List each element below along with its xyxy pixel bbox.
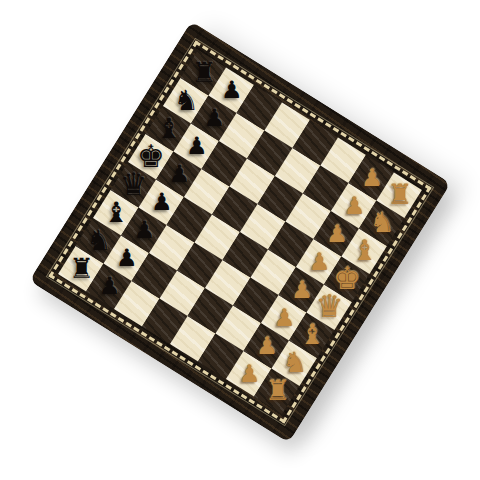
black-pawn-b7[interactable]: ♟ bbox=[116, 246, 138, 270]
black-rook-a8[interactable]: ♜ bbox=[68, 255, 93, 283]
white-king-e1[interactable]: ♚ bbox=[333, 264, 361, 295]
white-bishop-c1[interactable]: ♝ bbox=[299, 321, 324, 349]
black-rook-h8[interactable]: ♜ bbox=[191, 59, 216, 87]
white-bishop-f1[interactable]: ♝ bbox=[352, 237, 377, 265]
white-pawn-g2[interactable]: ♟ bbox=[343, 194, 365, 218]
white-rook-h1[interactable]: ♜ bbox=[387, 181, 412, 209]
white-knight-b1[interactable]: ♞ bbox=[282, 349, 307, 377]
white-pawn-f2[interactable]: ♟ bbox=[325, 222, 347, 246]
black-pawn-d7[interactable]: ♟ bbox=[151, 190, 173, 214]
black-pawn-c7[interactable]: ♟ bbox=[133, 218, 155, 242]
board-rotation-wrapper: ♜♞♝♛♚♝♞♜♟♟♟♟♟♟♟♟♟♟♟♟♟♟♟♟♜♞♝♛♚♝♞♜ bbox=[29, 21, 451, 443]
black-knight-b8[interactable]: ♞ bbox=[86, 227, 111, 255]
black-king-e8[interactable]: ♚ bbox=[137, 141, 165, 172]
white-pawn-d2[interactable]: ♟ bbox=[290, 278, 312, 302]
chess-board-frame: ♜♞♝♛♚♝♞♜♟♟♟♟♟♟♟♟♟♟♟♟♟♟♟♟♜♞♝♛♚♝♞♜ bbox=[29, 21, 451, 443]
white-pawn-e2[interactable]: ♟ bbox=[308, 250, 330, 274]
black-knight-g8[interactable]: ♞ bbox=[173, 87, 198, 115]
black-bishop-c8[interactable]: ♝ bbox=[103, 199, 128, 227]
board-play-area: ♜♞♝♛♚♝♞♜♟♟♟♟♟♟♟♟♟♟♟♟♟♟♟♟♜♞♝♛♚♝♞♜ bbox=[58, 50, 422, 414]
product-photo-scene: ♜♞♝♛♚♝♞♜♟♟♟♟♟♟♟♟♟♟♟♟♟♟♟♟♜♞♝♛♚♝♞♜ bbox=[0, 0, 480, 480]
black-pawn-g7[interactable]: ♟ bbox=[203, 106, 225, 130]
black-pawn-e7[interactable]: ♟ bbox=[168, 162, 190, 186]
white-knight-g1[interactable]: ♞ bbox=[369, 209, 394, 237]
black-pawn-h7[interactable]: ♟ bbox=[220, 78, 242, 102]
black-bishop-f8[interactable]: ♝ bbox=[156, 115, 181, 143]
black-pawn-a7[interactable]: ♟ bbox=[98, 274, 120, 298]
white-pawn-c2[interactable]: ♟ bbox=[273, 306, 295, 330]
white-pawn-a2[interactable]: ♟ bbox=[238, 362, 260, 386]
white-rook-a1[interactable]: ♜ bbox=[264, 377, 289, 405]
chess-board-grid: ♜♞♝♛♚♝♞♜♟♟♟♟♟♟♟♟♟♟♟♟♟♟♟♟♜♞♝♛♚♝♞♜ bbox=[58, 50, 422, 414]
white-pawn-h2[interactable]: ♟ bbox=[360, 166, 382, 190]
white-pawn-b2[interactable]: ♟ bbox=[255, 334, 277, 358]
black-pawn-f7[interactable]: ♟ bbox=[186, 134, 208, 158]
